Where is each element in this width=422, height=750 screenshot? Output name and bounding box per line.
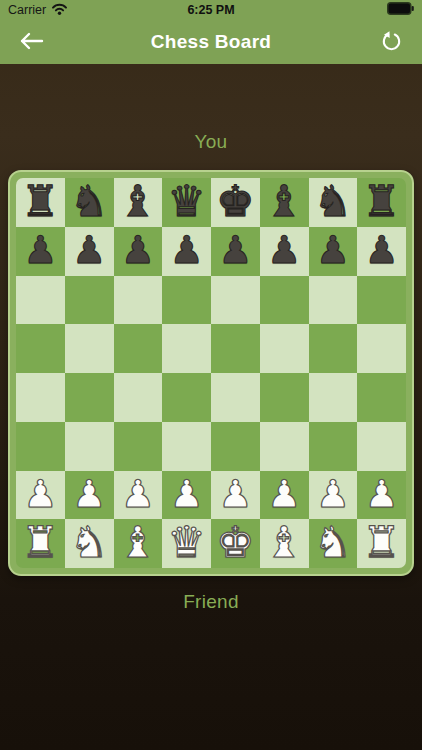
piece-black-pawn[interactable]: ♟ [23,231,57,269]
square-e8[interactable]: ♚ [211,178,260,227]
piece-black-rook[interactable]: ♜ [362,180,401,223]
square-e2[interactable]: ♟ [211,471,260,520]
reset-icon [379,28,404,56]
piece-white-queen[interactable]: ♛ [167,521,206,564]
piece-white-pawn[interactable]: ♟ [121,475,155,513]
piece-white-pawn[interactable]: ♟ [23,475,57,513]
page-title: Chess Board [0,31,422,53]
square-e6[interactable] [211,276,260,325]
piece-black-pawn[interactable]: ♟ [121,231,155,269]
piece-black-king[interactable]: ♚ [216,180,255,223]
square-b8[interactable]: ♞ [65,178,114,227]
square-c5[interactable] [114,324,163,373]
reset-button[interactable] [374,25,408,59]
square-a4[interactable] [16,373,65,422]
square-a6[interactable] [16,276,65,325]
square-a3[interactable] [16,422,65,471]
square-c1[interactable]: ♝ [114,519,163,568]
square-c6[interactable] [114,276,163,325]
square-a1[interactable]: ♜ [16,519,65,568]
piece-white-pawn[interactable]: ♟ [267,475,301,513]
square-e1[interactable]: ♚ [211,519,260,568]
square-c8[interactable]: ♝ [114,178,163,227]
square-c3[interactable] [114,422,163,471]
chess-board: ♜♞♝♛♚♝♞♜♟♟♟♟♟♟♟♟♟♟♟♟♟♟♟♟♜♞♝♛♚♝♞♜ [16,178,406,568]
square-h5[interactable] [357,324,406,373]
square-d1[interactable]: ♛ [162,519,211,568]
piece-white-pawn[interactable]: ♟ [72,475,106,513]
piece-black-pawn[interactable]: ♟ [72,231,106,269]
screen: Carrier 6:25 PM Chess Board [0,0,422,750]
square-h2[interactable]: ♟ [357,471,406,520]
square-f4[interactable] [260,373,309,422]
square-a2[interactable]: ♟ [16,471,65,520]
square-f3[interactable] [260,422,309,471]
square-d6[interactable] [162,276,211,325]
square-g6[interactable] [309,276,358,325]
square-d3[interactable] [162,422,211,471]
square-h6[interactable] [357,276,406,325]
square-e7[interactable]: ♟ [211,227,260,276]
piece-black-pawn[interactable]: ♟ [170,231,204,269]
piece-white-king[interactable]: ♚ [216,521,255,564]
piece-white-rook[interactable]: ♜ [362,521,401,564]
square-b4[interactable] [65,373,114,422]
square-f7[interactable]: ♟ [260,227,309,276]
square-e5[interactable] [211,324,260,373]
square-d5[interactable] [162,324,211,373]
square-b2[interactable]: ♟ [65,471,114,520]
square-f8[interactable]: ♝ [260,178,309,227]
piece-white-knight[interactable]: ♞ [70,521,109,564]
piece-black-queen[interactable]: ♛ [167,180,206,223]
piece-white-bishop[interactable]: ♝ [265,521,304,564]
piece-white-bishop[interactable]: ♝ [119,521,158,564]
square-b5[interactable] [65,324,114,373]
square-g4[interactable] [309,373,358,422]
piece-black-pawn[interactable]: ♟ [316,231,350,269]
square-e4[interactable] [211,373,260,422]
piece-black-knight[interactable]: ♞ [314,180,353,223]
square-h7[interactable]: ♟ [357,227,406,276]
square-h3[interactable] [357,422,406,471]
square-g7[interactable]: ♟ [309,227,358,276]
square-b7[interactable]: ♟ [65,227,114,276]
square-d4[interactable] [162,373,211,422]
square-b6[interactable] [65,276,114,325]
square-h4[interactable] [357,373,406,422]
clock: 6:25 PM [0,3,422,17]
square-a8[interactable]: ♜ [16,178,65,227]
status-bar: Carrier 6:25 PM [0,0,422,20]
square-h8[interactable]: ♜ [357,178,406,227]
board-frame: ♜♞♝♛♚♝♞♜♟♟♟♟♟♟♟♟♟♟♟♟♟♟♟♟♜♞♝♛♚♝♞♜ [8,170,414,576]
square-b3[interactable] [65,422,114,471]
piece-black-knight[interactable]: ♞ [70,180,109,223]
piece-black-pawn[interactable]: ♟ [267,231,301,269]
piece-black-pawn[interactable]: ♟ [365,231,399,269]
square-f2[interactable]: ♟ [260,471,309,520]
player-name-bottom: Friend [0,591,422,613]
square-a5[interactable] [16,324,65,373]
square-a7[interactable]: ♟ [16,227,65,276]
square-f5[interactable] [260,324,309,373]
square-c4[interactable] [114,373,163,422]
square-h1[interactable]: ♜ [357,519,406,568]
square-g3[interactable] [309,422,358,471]
piece-white-pawn[interactable]: ♟ [170,475,204,513]
square-g8[interactable]: ♞ [309,178,358,227]
piece-black-bishop[interactable]: ♝ [119,180,158,223]
square-g5[interactable] [309,324,358,373]
piece-black-rook[interactable]: ♜ [21,180,60,223]
square-c7[interactable]: ♟ [114,227,163,276]
nav-bar: Chess Board [0,20,422,64]
square-b1[interactable]: ♞ [65,519,114,568]
square-c2[interactable]: ♟ [114,471,163,520]
square-d2[interactable]: ♟ [162,471,211,520]
square-g2[interactable]: ♟ [309,471,358,520]
piece-black-pawn[interactable]: ♟ [218,231,252,269]
battery-icon [387,1,414,19]
square-d7[interactable]: ♟ [162,227,211,276]
piece-white-pawn[interactable]: ♟ [218,475,252,513]
back-button[interactable] [14,25,48,59]
square-g1[interactable]: ♞ [309,519,358,568]
square-e3[interactable] [211,422,260,471]
piece-white-knight[interactable]: ♞ [314,521,353,564]
piece-white-pawn[interactable]: ♟ [365,475,399,513]
square-d8[interactable]: ♛ [162,178,211,227]
piece-black-bishop[interactable]: ♝ [265,180,304,223]
back-arrow-icon [18,31,44,54]
piece-white-rook[interactable]: ♜ [21,521,60,564]
player-name-top: You [0,131,422,153]
piece-white-pawn[interactable]: ♟ [316,475,350,513]
square-f6[interactable] [260,276,309,325]
square-f1[interactable]: ♝ [260,519,309,568]
